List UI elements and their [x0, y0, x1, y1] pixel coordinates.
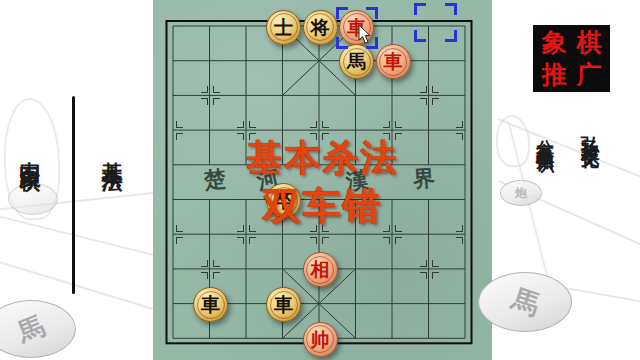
- badge-char-1: 象: [542, 30, 567, 55]
- ink-sketch-line: [0, 214, 163, 258]
- piece-black-pawn[interactable]: 卒: [266, 183, 301, 218]
- piece-red-general[interactable]: 帅: [303, 322, 338, 357]
- ink-sketch-line: [0, 191, 165, 211]
- badge-char-2: 棋: [576, 30, 601, 55]
- caption-promote-culture: 弘扬象棋文化: [578, 122, 602, 140]
- ink-sketch-line: [503, 276, 640, 305]
- ink-sketch-piece-left: 馬: [0, 300, 76, 358]
- ink-sketch-line: [0, 259, 161, 312]
- ink-sketch-swirl-left: [4, 98, 60, 220]
- ink-sketch-line: [508, 123, 558, 318]
- piece-black-advisor[interactable]: 士: [266, 10, 301, 45]
- piece-black-general[interactable]: 将: [303, 10, 338, 45]
- channel-badge: 象 棋 推 广: [533, 25, 610, 92]
- mouse-cursor: [358, 25, 373, 45]
- piece-black-chariot[interactable]: 車: [266, 287, 301, 322]
- sketch-horse-glyph: 馬: [12, 308, 49, 350]
- caption-basic-kills: 基本杀法: [98, 145, 126, 157]
- badge-char-4: 广: [576, 62, 601, 87]
- piece-red-chariot[interactable]: 車: [376, 44, 411, 79]
- caption-chinese-chess: 中国象棋: [16, 145, 44, 157]
- divider-line: [72, 96, 75, 294]
- ink-sketch-line: [498, 118, 640, 183]
- ink-sketch-wisp-right: [496, 115, 530, 167]
- ink-sketch-piece-small-left: [8, 183, 58, 215]
- video-frame: 馬 楚 河 漢 界 士将車馬車卒相車車帅 炮 馬 基本杀法 双车错 中国象棋 基…: [0, 0, 640, 360]
- caption-share-knowledge: 分享象棋知识: [533, 125, 557, 143]
- badge-char-3: 推: [542, 62, 567, 87]
- piece-red-elephant[interactable]: 相: [303, 252, 338, 287]
- piece-black-chariot[interactable]: 車: [193, 287, 228, 322]
- piece-black-horse[interactable]: 馬: [339, 44, 374, 79]
- left-panel: 馬: [0, 0, 153, 360]
- ink-sketch-line: [499, 180, 640, 251]
